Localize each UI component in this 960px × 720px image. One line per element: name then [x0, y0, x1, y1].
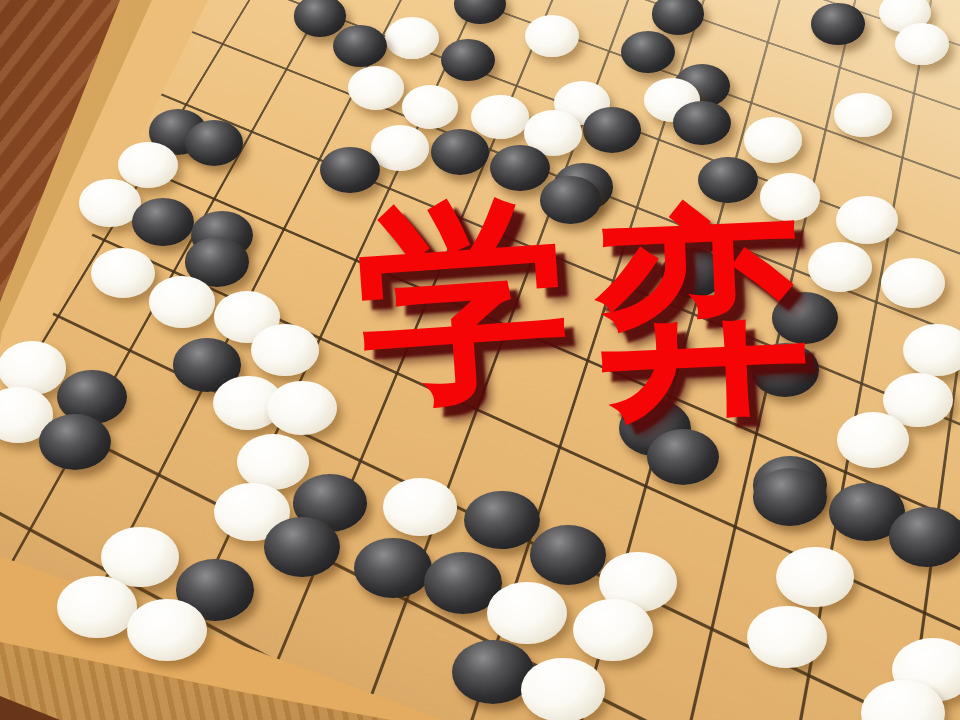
white-stone[interactable] [251, 324, 319, 377]
white-stone[interactable] [91, 248, 155, 298]
black-stone[interactable] [647, 429, 720, 486]
white-stone[interactable] [385, 17, 439, 59]
white-stone[interactable] [573, 599, 653, 662]
black-stone[interactable] [185, 120, 243, 166]
black-stone[interactable] [333, 25, 387, 67]
white-stone[interactable] [836, 196, 898, 244]
black-stone[interactable] [753, 468, 827, 526]
slide-title: 学 弈 [358, 196, 808, 408]
title-char-yi: 弈 [592, 201, 813, 422]
black-stone[interactable] [354, 538, 432, 598]
white-stone[interactable] [149, 276, 215, 327]
white-stone[interactable] [834, 93, 891, 138]
white-stone[interactable] [521, 658, 604, 720]
white-stone[interactable] [471, 95, 528, 140]
white-stone[interactable] [402, 85, 459, 129]
black-stone[interactable] [530, 525, 607, 585]
black-stone[interactable] [39, 414, 111, 470]
title-char-xue: 学 [351, 189, 577, 415]
white-stone[interactable] [525, 15, 579, 57]
black-stone[interactable] [464, 491, 539, 550]
black-stone[interactable] [673, 101, 731, 146]
black-stone[interactable] [132, 198, 194, 246]
white-stone[interactable] [127, 599, 207, 662]
slide: 学 弈 [0, 0, 960, 720]
black-stone[interactable] [431, 129, 490, 175]
white-stone[interactable] [267, 381, 337, 436]
white-stone[interactable] [747, 606, 828, 669]
black-stone[interactable] [889, 507, 960, 566]
black-stone[interactable] [811, 3, 864, 44]
white-stone[interactable] [744, 117, 802, 162]
white-stone[interactable] [348, 66, 404, 110]
white-stone[interactable] [837, 412, 909, 468]
white-stone[interactable] [118, 142, 177, 188]
white-stone[interactable] [776, 547, 854, 608]
white-stone[interactable] [383, 478, 458, 536]
black-stone[interactable] [621, 31, 675, 73]
white-stone[interactable] [895, 23, 949, 65]
black-stone[interactable] [264, 517, 341, 577]
white-stone[interactable] [881, 258, 946, 308]
white-stone[interactable] [371, 125, 430, 171]
white-stone[interactable] [487, 582, 567, 644]
black-stone[interactable] [583, 107, 641, 152]
white-stone[interactable] [808, 242, 872, 292]
white-stone[interactable] [57, 576, 136, 638]
